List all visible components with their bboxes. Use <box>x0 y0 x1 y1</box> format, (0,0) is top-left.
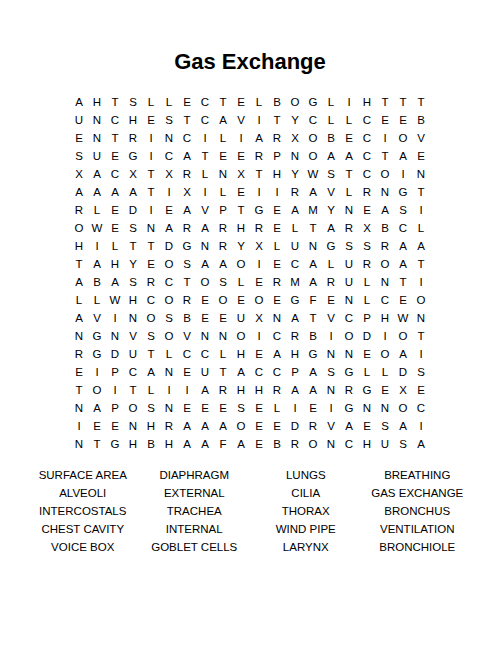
grid-cell-r18c10: S <box>232 400 250 418</box>
grid-cell-r15c14: G <box>304 346 322 364</box>
grid-cell-r5c8: L <box>196 166 214 184</box>
word-list-item: VOICE BOX <box>27 538 139 556</box>
grid-cell-r18c19: O <box>394 400 412 418</box>
grid-cell-r16c8: U <box>196 364 214 382</box>
grid-cell-r6c2: A <box>88 184 106 202</box>
grid-cell-r3c7: C <box>178 130 196 148</box>
grid-cell-r4c11: R <box>250 148 268 166</box>
grid-cell-r12c15: E <box>322 292 340 310</box>
grid-cell-r6c15: V <box>322 184 340 202</box>
grid-cell-r4c17: C <box>358 148 376 166</box>
grid-cell-r14c8: N <box>196 328 214 346</box>
grid-cell-r6c1: A <box>70 184 88 202</box>
grid-cell-r15c16: N <box>340 346 358 364</box>
grid-cell-r4c16: A <box>340 148 358 166</box>
grid-cell-r12c16: N <box>340 292 358 310</box>
grid-cell-r11c2: B <box>88 274 106 292</box>
grid-cell-r7c1: R <box>70 202 88 220</box>
grid-cell-r16c1: E <box>70 364 88 382</box>
grid-cell-r9c4: T <box>124 238 142 256</box>
grid-cell-r19c9: A <box>214 418 232 436</box>
grid-cell-r11c1: A <box>70 274 88 292</box>
grid-cell-r13c4: N <box>124 310 142 328</box>
grid-cell-r12c19: E <box>394 292 412 310</box>
grid-cell-r7c20: I <box>412 202 430 220</box>
grid-cell-r4c20: E <box>412 148 430 166</box>
grid-cell-r3c1: E <box>70 130 88 148</box>
grid-cell-r15c4: U <box>124 346 142 364</box>
grid-cell-r1c5: L <box>142 94 160 112</box>
grid-cell-r9c19: A <box>394 238 412 256</box>
grid-cell-r8c13: L <box>286 220 304 238</box>
grid-cell-r1c20: T <box>412 94 430 112</box>
grid-cell-r11c8: O <box>196 274 214 292</box>
grid-cell-r12c14: F <box>304 292 322 310</box>
grid-cell-r20c2: T <box>88 436 106 454</box>
grid-cell-r18c9: E <box>214 400 232 418</box>
grid-cell-r1c9: T <box>214 94 232 112</box>
grid-cell-r7c9: P <box>214 202 232 220</box>
grid-cell-r5c6: X <box>160 166 178 184</box>
grid-cell-r4c13: N <box>286 148 304 166</box>
word-list-item: WIND PIPE <box>250 520 362 538</box>
grid-cell-r16c2: I <box>88 364 106 382</box>
grid-cell-r18c8: E <box>196 400 214 418</box>
grid-cell-r8c9: R <box>214 220 232 238</box>
grid-cell-r4c3: E <box>106 148 124 166</box>
word-list-item: VENTILATION <box>362 520 474 538</box>
grid-cell-r19c4: N <box>124 418 142 436</box>
grid-cell-r8c1: O <box>70 220 88 238</box>
grid-cell-r10c10: O <box>232 256 250 274</box>
grid-cell-r18c18: N <box>376 400 394 418</box>
grid-cell-r13c15: V <box>322 310 340 328</box>
grid-cell-r17c4: T <box>124 382 142 400</box>
grid-cell-r15c5: T <box>142 346 160 364</box>
grid-cell-r3c4: R <box>124 130 142 148</box>
grid-cell-r9c2: I <box>88 238 106 256</box>
grid-cell-r20c19: S <box>394 436 412 454</box>
grid-cell-r8c11: R <box>250 220 268 238</box>
grid-cell-r12c5: C <box>142 292 160 310</box>
word-list-item: THORAX <box>250 502 362 520</box>
grid-cell-r10c17: R <box>358 256 376 274</box>
grid-cell-r15c6: L <box>160 346 178 364</box>
grid-cell-r16c9: T <box>214 364 232 382</box>
grid-cell-r7c6: E <box>160 202 178 220</box>
grid-cell-r10c13: C <box>286 256 304 274</box>
grid-cell-r18c16: G <box>340 400 358 418</box>
grid-cell-r14c19: O <box>394 328 412 346</box>
grid-cell-r13c7: B <box>178 310 196 328</box>
word-list-item: LUNGS <box>250 466 362 484</box>
grid-cell-r1c15: L <box>322 94 340 112</box>
grid-cell-r5c5: T <box>142 166 160 184</box>
grid-cell-r20c17: H <box>358 436 376 454</box>
grid-cell-r12c8: E <box>196 292 214 310</box>
grid-cell-r5c7: R <box>178 166 196 184</box>
grid-cell-r7c11: G <box>250 202 268 220</box>
grid-cell-r14c3: N <box>106 328 124 346</box>
grid-cell-r1c8: C <box>196 94 214 112</box>
grid-cell-r3c14: O <box>304 130 322 148</box>
grid-cell-r20c9: F <box>214 436 232 454</box>
grid-cell-r19c13: D <box>286 418 304 436</box>
word-list-item: GOBLET CELLS <box>139 538 251 556</box>
grid-cell-r4c15: A <box>322 148 340 166</box>
grid-cell-r3c18: I <box>376 130 394 148</box>
grid-cell-r10c2: A <box>88 256 106 274</box>
grid-cell-r10c20: T <box>412 256 430 274</box>
grid-cell-r8c4: S <box>124 220 142 238</box>
word-list-item: ALVEOLI <box>27 484 139 502</box>
grid-cell-r5c12: H <box>268 166 286 184</box>
grid-cell-r14c20: T <box>412 328 430 346</box>
grid-cell-r15c3: D <box>106 346 124 364</box>
grid-cell-r11c13: M <box>286 274 304 292</box>
grid-cell-r3c20: V <box>412 130 430 148</box>
grid-cell-r7c8: V <box>196 202 214 220</box>
grid-cell-r15c12: A <box>268 346 286 364</box>
grid-cell-r10c15: L <box>322 256 340 274</box>
grid-cell-r18c4: O <box>124 400 142 418</box>
grid-cell-r8c19: C <box>394 220 412 238</box>
grid-cell-r15c11: E <box>250 346 268 364</box>
grid-cell-r13c9: E <box>214 310 232 328</box>
grid-cell-r19c6: R <box>160 418 178 436</box>
grid-cell-r15c1: R <box>70 346 88 364</box>
grid-cell-r11c12: R <box>268 274 286 292</box>
grid-cell-r16c13: P <box>286 364 304 382</box>
grid-cell-r2c6: S <box>160 112 178 130</box>
grid-cell-r17c7: I <box>178 382 196 400</box>
grid-cell-r2c11: I <box>250 112 268 130</box>
grid-cell-r17c9: R <box>214 382 232 400</box>
grid-cell-r3c2: N <box>88 130 106 148</box>
grid-cell-r14c6: O <box>160 328 178 346</box>
grid-cell-r19c2: E <box>88 418 106 436</box>
grid-cell-r11c20: I <box>412 274 430 292</box>
grid-cell-r17c2: O <box>88 382 106 400</box>
word-list-item: BRONCHIOLE <box>362 538 474 556</box>
grid-cell-r6c12: I <box>268 184 286 202</box>
grid-cell-r2c3: C <box>106 112 124 130</box>
grid-cell-r2c17: C <box>358 112 376 130</box>
grid-cell-r12c18: C <box>376 292 394 310</box>
grid-cell-r7c14: M <box>304 202 322 220</box>
grid-cell-r19c15: V <box>322 418 340 436</box>
grid-cell-r19c19: A <box>394 418 412 436</box>
grid-cell-r15c7: C <box>178 346 196 364</box>
word-list-item: DIAPHRAGM <box>139 466 251 484</box>
word-list: SURFACE AREADIAPHRAGMLUNGSBREATHINGALVEO… <box>27 466 473 556</box>
grid-cell-r16c3: P <box>106 364 124 382</box>
grid-cell-r17c16: R <box>340 382 358 400</box>
grid-cell-r11c19: T <box>394 274 412 292</box>
grid-cell-r2c8: C <box>196 112 214 130</box>
grid-cell-r1c14: G <box>304 94 322 112</box>
grid-cell-r3c5: I <box>142 130 160 148</box>
grid-cell-r14c18: I <box>376 328 394 346</box>
grid-cell-r4c9: E <box>214 148 232 166</box>
grid-cell-r7c17: E <box>358 202 376 220</box>
grid-cell-r2c13: Y <box>286 112 304 130</box>
grid-cell-r11c17: L <box>358 274 376 292</box>
grid-cell-r10c9: A <box>214 256 232 274</box>
grid-cell-r17c10: H <box>232 382 250 400</box>
grid-cell-r7c18: A <box>376 202 394 220</box>
grid-cell-r9c7: G <box>178 238 196 256</box>
grid-cell-r17c20: E <box>412 382 430 400</box>
grid-cell-r1c10: E <box>232 94 250 112</box>
grid-cell-r19c14: R <box>304 418 322 436</box>
grid-cell-r1c1: A <box>70 94 88 112</box>
grid-cell-r16c5: A <box>142 364 160 382</box>
grid-cell-r16c16: G <box>340 364 358 382</box>
grid-cell-r16c6: N <box>160 364 178 382</box>
grid-cell-r16c10: A <box>232 364 250 382</box>
grid-cell-r4c12: P <box>268 148 286 166</box>
grid-cell-r5c10: X <box>232 166 250 184</box>
grid-cell-r18c20: C <box>412 400 430 418</box>
grid-cell-r10c19: A <box>394 256 412 274</box>
grid-cell-r3c8: I <box>196 130 214 148</box>
grid-cell-r4c19: A <box>394 148 412 166</box>
grid-cell-r7c5: I <box>142 202 160 220</box>
grid-cell-r1c7: E <box>178 94 196 112</box>
grid-cell-r5c4: X <box>124 166 142 184</box>
grid-cell-r1c16: I <box>340 94 358 112</box>
grid-cell-r12c7: R <box>178 292 196 310</box>
grid-cell-r5c20: N <box>412 166 430 184</box>
grid-cell-r10c5: E <box>142 256 160 274</box>
grid-cell-r18c13: I <box>286 400 304 418</box>
grid-cell-r16c17: L <box>358 364 376 382</box>
grid-cell-r3c15: B <box>322 130 340 148</box>
grid-cell-r14c15: I <box>322 328 340 346</box>
grid-cell-r20c5: B <box>142 436 160 454</box>
grid-cell-r11c15: R <box>322 274 340 292</box>
grid-cell-r7c10: T <box>232 202 250 220</box>
grid-cell-r17c6: I <box>160 382 178 400</box>
grid-cell-r19c8: A <box>196 418 214 436</box>
grid-cell-r13c8: E <box>196 310 214 328</box>
grid-cell-r16c11: C <box>250 364 268 382</box>
grid-cell-r11c4: S <box>124 274 142 292</box>
grid-cell-r11c18: N <box>376 274 394 292</box>
grid-cell-r3c9: L <box>214 130 232 148</box>
grid-cell-r2c14: C <box>304 112 322 130</box>
grid-cell-r17c8: A <box>196 382 214 400</box>
grid-cell-r7c12: E <box>268 202 286 220</box>
grid-cell-r13c2: V <box>88 310 106 328</box>
grid-cell-r9c5: T <box>142 238 160 256</box>
grid-cell-r8c18: B <box>376 220 394 238</box>
grid-cell-r17c11: H <box>250 382 268 400</box>
grid-cell-r13c14: T <box>304 310 322 328</box>
grid-cell-r12c9: O <box>214 292 232 310</box>
grid-cell-r6c5: T <box>142 184 160 202</box>
grid-cell-r1c2: H <box>88 94 106 112</box>
grid-cell-r19c3: E <box>106 418 124 436</box>
word-list-item: CHEST CAVITY <box>27 520 139 538</box>
grid-cell-r12c3: W <box>106 292 124 310</box>
grid-cell-r17c3: I <box>106 382 124 400</box>
grid-cell-r16c15: S <box>322 364 340 382</box>
grid-cell-r6c20: T <box>412 184 430 202</box>
grid-cell-r4c14: O <box>304 148 322 166</box>
grid-cell-r9c17: S <box>358 238 376 256</box>
word-list-item: GAS EXCHANGE <box>362 484 474 502</box>
grid-cell-r13c6: S <box>160 310 178 328</box>
grid-cell-r15c20: I <box>412 346 430 364</box>
word-list-item: BRONCHUS <box>362 502 474 520</box>
grid-cell-r9c18: R <box>376 238 394 256</box>
grid-cell-r2c16: L <box>340 112 358 130</box>
grid-cell-r19c20: I <box>412 418 430 436</box>
grid-cell-r20c15: N <box>322 436 340 454</box>
grid-cell-r10c1: T <box>70 256 88 274</box>
grid-cell-r12c11: O <box>250 292 268 310</box>
grid-cell-r2c12: T <box>268 112 286 130</box>
grid-cell-r13c10: U <box>232 310 250 328</box>
grid-cell-r10c4: Y <box>124 256 142 274</box>
grid-cell-r12c12: E <box>268 292 286 310</box>
grid-cell-r17c1: T <box>70 382 88 400</box>
grid-cell-r11c9: S <box>214 274 232 292</box>
grid-cell-r14c17: D <box>358 328 376 346</box>
grid-cell-r19c11: E <box>250 418 268 436</box>
grid-cell-r13c20: N <box>412 310 430 328</box>
grid-cell-r8c15: A <box>322 220 340 238</box>
grid-cell-r17c19: X <box>394 382 412 400</box>
grid-cell-r10c12: E <box>268 256 286 274</box>
grid-cell-r20c12: B <box>268 436 286 454</box>
grid-cell-r19c1: I <box>70 418 88 436</box>
grid-cell-r18c5: S <box>142 400 160 418</box>
grid-cell-r11c14: A <box>304 274 322 292</box>
grid-cell-r12c13: G <box>286 292 304 310</box>
grid-cell-r13c18: H <box>376 310 394 328</box>
grid-cell-r3c12: R <box>268 130 286 148</box>
grid-cell-r16c7: E <box>178 364 196 382</box>
grid-cell-r3c3: T <box>106 130 124 148</box>
grid-cell-r4c6: C <box>160 148 178 166</box>
grid-cell-r15c9: L <box>214 346 232 364</box>
grid-cell-r2c20: B <box>412 112 430 130</box>
grid-cell-r14c4: V <box>124 328 142 346</box>
grid-cell-r17c5: L <box>142 382 160 400</box>
grid-cell-r16c18: L <box>376 364 394 382</box>
grid-cell-r14c5: S <box>142 328 160 346</box>
grid-cell-r20c7: A <box>178 436 196 454</box>
grid-cell-r14c11: I <box>250 328 268 346</box>
grid-cell-r11c6: C <box>160 274 178 292</box>
grid-cell-r15c8: C <box>196 346 214 364</box>
grid-cell-r7c16: N <box>340 202 358 220</box>
grid-cell-r9c14: N <box>304 238 322 256</box>
grid-cell-r20c10: A <box>232 436 250 454</box>
grid-cell-r10c7: S <box>178 256 196 274</box>
grid-cell-r6c14: A <box>304 184 322 202</box>
grid-cell-r13c12: N <box>268 310 286 328</box>
grid-cell-r12c17: L <box>358 292 376 310</box>
grid-cell-r10c3: H <box>106 256 124 274</box>
grid-cell-r6c4: A <box>124 184 142 202</box>
grid-cell-r17c18: E <box>376 382 394 400</box>
grid-cell-r6c13: R <box>286 184 304 202</box>
grid-cell-r3c13: X <box>286 130 304 148</box>
grid-cell-r20c6: H <box>160 436 178 454</box>
grid-cell-r4c7: A <box>178 148 196 166</box>
grid-cell-r2c18: E <box>376 112 394 130</box>
grid-cell-r16c12: C <box>268 364 286 382</box>
grid-cell-r2c2: N <box>88 112 106 130</box>
grid-cell-r3c11: A <box>250 130 268 148</box>
grid-cell-r8c14: T <box>304 220 322 238</box>
grid-cell-r8c20: L <box>412 220 430 238</box>
grid-cell-r19c18: S <box>376 418 394 436</box>
grid-cell-r2c1: U <box>70 112 88 130</box>
grid-cell-r6c8: I <box>196 184 214 202</box>
word-list-item: CILIA <box>250 484 362 502</box>
grid-cell-r1c4: S <box>124 94 142 112</box>
grid-cell-r12c6: O <box>160 292 178 310</box>
grid-cell-r7c19: S <box>394 202 412 220</box>
grid-cell-r5c15: S <box>322 166 340 184</box>
grid-cell-r3c6: N <box>160 130 178 148</box>
grid-cell-r1c6: L <box>160 94 178 112</box>
grid-cell-r14c1: N <box>70 328 88 346</box>
grid-cell-r9c15: G <box>322 238 340 256</box>
grid-cell-r4c5: I <box>142 148 160 166</box>
grid-cell-r13c5: O <box>142 310 160 328</box>
grid-cell-r19c12: E <box>268 418 286 436</box>
grid-cell-r1c12: B <box>268 94 286 112</box>
grid-cell-r20c18: U <box>376 436 394 454</box>
grid-cell-r3c19: O <box>394 130 412 148</box>
grid-cell-r8c8: A <box>196 220 214 238</box>
grid-cell-r5c13: Y <box>286 166 304 184</box>
grid-cell-r18c15: I <box>322 400 340 418</box>
grid-cell-r20c3: G <box>106 436 124 454</box>
grid-cell-r9c12: L <box>268 238 286 256</box>
grid-cell-r14c12: C <box>268 328 286 346</box>
grid-cell-r8c17: X <box>358 220 376 238</box>
grid-cell-r2c7: T <box>178 112 196 130</box>
grid-cell-r11c5: R <box>142 274 160 292</box>
grid-cell-r2c15: L <box>322 112 340 130</box>
grid-cell-r2c4: H <box>124 112 142 130</box>
grid-cell-r7c4: D <box>124 202 142 220</box>
grid-cell-r15c10: H <box>232 346 250 364</box>
grid-cell-r5c1: X <box>70 166 88 184</box>
grid-cell-r8c6: A <box>160 220 178 238</box>
grid-cell-r2c10: V <box>232 112 250 130</box>
grid-cell-r13c11: X <box>250 310 268 328</box>
grid-cell-r15c13: H <box>286 346 304 364</box>
grid-cell-r9c6: D <box>160 238 178 256</box>
grid-cell-r3c16: E <box>340 130 358 148</box>
grid-cell-r18c11: E <box>250 400 268 418</box>
grid-cell-r9c11: X <box>250 238 268 256</box>
grid-cell-r18c1: N <box>70 400 88 418</box>
grid-cell-r11c3: A <box>106 274 124 292</box>
grid-cell-r9c8: N <box>196 238 214 256</box>
grid-cell-r16c14: A <box>304 364 322 382</box>
grid-cell-r2c5: E <box>142 112 160 130</box>
grid-cell-r6c7: X <box>178 184 196 202</box>
